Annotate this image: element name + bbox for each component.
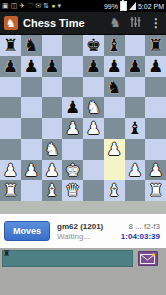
- time-remaining: 1:04:03:39: [121, 232, 160, 241]
- people-icon: ◫: [11, 2, 18, 10]
- square-e8[interactable]: ♚: [83, 35, 104, 56]
- heart-icon: ♡: [27, 2, 33, 10]
- piece-white-bishop: ♝: [104, 180, 125, 201]
- chess-time-app: ▣◫✈♡✉⇅●▾ 99% 5:02 PM ♞ Chess Time ♞: [0, 0, 166, 295]
- moves-button[interactable]: Moves: [4, 221, 50, 241]
- square-h5[interactable]: [145, 97, 166, 118]
- square-d7[interactable]: [62, 56, 83, 77]
- play-knight-icon[interactable]: ♞: [109, 16, 121, 30]
- overflow-menu-icon[interactable]: ⋮: [150, 16, 162, 30]
- square-c1[interactable]: ♝: [42, 180, 63, 201]
- chat-bar: ♜: [0, 248, 166, 295]
- clock-text: 5:02 PM: [138, 3, 164, 10]
- square-d2[interactable]: ♚: [62, 160, 83, 181]
- square-e4[interactable]: ♟: [83, 118, 104, 139]
- square-a2[interactable]: ♟: [0, 160, 21, 181]
- square-h6[interactable]: [145, 77, 166, 98]
- title-bar: ♞ Chess Time ♞ ⋮: [0, 12, 166, 35]
- piece-black-rook: ♜: [0, 35, 21, 56]
- square-h1[interactable]: ♜: [145, 180, 166, 201]
- square-a6[interactable]: [0, 77, 21, 98]
- square-f7[interactable]: ♟: [104, 56, 125, 77]
- square-g6[interactable]: [125, 77, 146, 98]
- square-a1[interactable]: ♜: [0, 180, 21, 201]
- mail-badge-dot: [152, 253, 155, 256]
- piece-white-rook: ♜: [145, 180, 166, 201]
- piece-black-pawn: ♟: [104, 56, 125, 77]
- signal-icon: [129, 2, 136, 10]
- square-h7[interactable]: ♟: [145, 56, 166, 77]
- data-arrows-icon: ⇅: [43, 2, 49, 10]
- battery-icon: [120, 1, 127, 11]
- square-f5[interactable]: [104, 97, 125, 118]
- square-b1[interactable]: [21, 180, 42, 201]
- square-d3[interactable]: [62, 139, 83, 160]
- piece-black-bishop: ♝: [125, 118, 146, 139]
- square-h3[interactable]: [145, 139, 166, 160]
- square-f6[interactable]: ♞: [104, 77, 125, 98]
- square-c7[interactable]: ♟: [42, 56, 63, 77]
- square-e3[interactable]: [83, 139, 104, 160]
- chess-board: ♜♞♚♝♜♟♟♟♟♟♟♟♞♟♞♟♟♝♞♟♟♟♟♚♟♟♜♝♛♝♜: [0, 35, 166, 201]
- square-c8[interactable]: [42, 35, 63, 56]
- square-g2[interactable]: ♟: [125, 160, 146, 181]
- square-a8[interactable]: ♜: [0, 35, 21, 56]
- piece-black-knight: ♞: [21, 35, 42, 56]
- piece-white-pawn: ♟: [42, 160, 63, 181]
- piece-white-bishop: ♝: [42, 180, 63, 201]
- piece-white-knight: ♞: [42, 139, 63, 160]
- square-c3[interactable]: ♞: [42, 139, 63, 160]
- piece-black-pawn: ♟: [42, 56, 63, 77]
- square-d8[interactable]: [62, 35, 83, 56]
- square-f3[interactable]: ♟: [104, 139, 125, 160]
- piece-black-pawn: ♟: [125, 56, 146, 77]
- piece-black-bishop: ♝: [104, 35, 125, 56]
- piece-black-pawn: ♟: [62, 97, 83, 118]
- square-d6[interactable]: [62, 77, 83, 98]
- square-a4[interactable]: [0, 118, 21, 139]
- square-c6[interactable]: [42, 77, 63, 98]
- piece-black-pawn: ♟: [145, 56, 166, 77]
- square-e6[interactable]: [83, 77, 104, 98]
- square-g4[interactable]: ♝: [125, 118, 146, 139]
- square-g5[interactable]: [125, 97, 146, 118]
- square-b2[interactable]: ♟: [21, 160, 42, 181]
- notification-dot-icon: ●: [51, 2, 55, 10]
- chat-input-icon: ♜: [3, 249, 10, 258]
- piece-white-pawn: ♟: [145, 160, 166, 181]
- piece-white-pawn: ♟: [21, 160, 42, 181]
- square-e1[interactable]: [83, 180, 104, 201]
- square-b6[interactable]: [21, 77, 42, 98]
- status-bar: ▣◫✈♡✉⇅●▾ 99% 5:02 PM: [0, 0, 166, 12]
- battery-percent: 99%: [104, 3, 118, 10]
- piece-white-king: ♚: [62, 160, 83, 181]
- mail-icon: ✉: [35, 2, 41, 10]
- piece-black-rook: ♜: [145, 35, 166, 56]
- board-bottom-strip: [0, 201, 166, 214]
- plane-icon: ✈: [19, 2, 25, 10]
- piece-white-knight: ♞: [83, 97, 104, 118]
- app-logo-knight-icon: ♞: [4, 16, 18, 30]
- square-e2[interactable]: [83, 160, 104, 181]
- square-g3[interactable]: [125, 139, 146, 160]
- square-b5[interactable]: [21, 97, 42, 118]
- piece-black-pawn: ♟: [0, 56, 21, 77]
- piece-black-pawn: ♟: [21, 56, 42, 77]
- piece-white-queen: ♛: [62, 180, 83, 201]
- square-f1[interactable]: ♝: [104, 180, 125, 201]
- square-d5[interactable]: ♟: [62, 97, 83, 118]
- square-b4[interactable]: [21, 118, 42, 139]
- game-panel: Moves gm62 (1201) Waiting... 8 ... f2-f3…: [0, 214, 166, 248]
- roaming-icon: ▾: [57, 2, 61, 10]
- piece-white-pawn: ♟: [125, 160, 146, 181]
- last-move-text: 8 ... f2-f3: [128, 222, 160, 231]
- square-a7[interactable]: ♟: [0, 56, 21, 77]
- square-h8[interactable]: ♜: [145, 35, 166, 56]
- square-e5[interactable]: ♞: [83, 97, 104, 118]
- piece-white-pawn: ♟: [104, 139, 125, 160]
- piece-white-pawn: ♟: [83, 118, 104, 139]
- chat-message-input[interactable]: [2, 250, 133, 267]
- piece-white-pawn: ♟: [0, 160, 21, 181]
- app-title: Chess Time: [23, 17, 100, 29]
- send-mail-button[interactable]: [138, 251, 158, 266]
- piece-black-pawn: ♟: [83, 56, 104, 77]
- square-g1[interactable]: [125, 180, 146, 201]
- square-f8[interactable]: ♝: [104, 35, 125, 56]
- square-c5[interactable]: [42, 97, 63, 118]
- square-g8[interactable]: [125, 35, 146, 56]
- square-f4[interactable]: [104, 118, 125, 139]
- piece-white-pawn: ♟: [62, 118, 83, 139]
- square-h4[interactable]: [145, 118, 166, 139]
- square-h2[interactable]: ♟: [145, 160, 166, 181]
- square-b7[interactable]: ♟: [21, 56, 42, 77]
- square-c4[interactable]: [42, 118, 63, 139]
- piece-black-king: ♚: [83, 35, 104, 56]
- game-status: Waiting...: [57, 232, 103, 241]
- square-b3[interactable]: [21, 139, 42, 160]
- square-g7[interactable]: ♟: [125, 56, 146, 77]
- screenshot-icon: ▣: [2, 2, 9, 10]
- square-c2[interactable]: ♟: [42, 160, 63, 181]
- square-a5[interactable]: [0, 97, 21, 118]
- square-a3[interactable]: [0, 139, 21, 160]
- square-f2[interactable]: [104, 160, 125, 181]
- square-b8[interactable]: ♞: [21, 35, 42, 56]
- piece-white-rook: ♜: [0, 180, 21, 201]
- square-d4[interactable]: ♟: [62, 118, 83, 139]
- status-bar-icons: ▣◫✈♡✉⇅●▾: [2, 2, 104, 10]
- square-d1[interactable]: ♛: [62, 180, 83, 201]
- piece-black-knight: ♞: [104, 77, 125, 98]
- opponent-name: gm62 (1201): [57, 222, 103, 231]
- square-e7[interactable]: ♟: [83, 56, 104, 77]
- filter-sliders-icon[interactable]: [130, 16, 141, 31]
